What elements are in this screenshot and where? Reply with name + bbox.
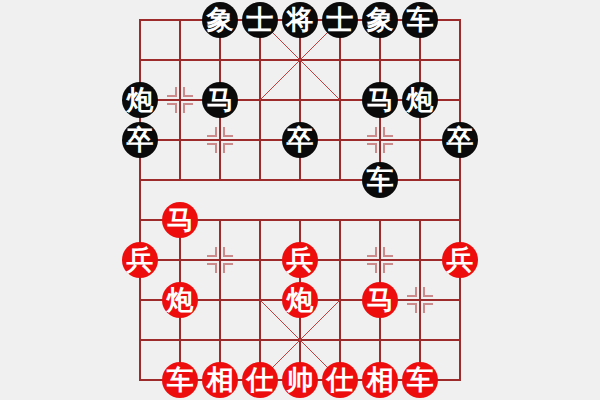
piece-black-horse[interactable]: 马 (202, 82, 238, 118)
piece-black-soldier[interactable]: 卒 (122, 122, 158, 158)
piece-black-elephant[interactable]: 象 (362, 2, 398, 38)
piece-red-chariot[interactable]: 车 (162, 362, 198, 398)
piece-black-advisor[interactable]: 士 (322, 2, 358, 38)
piece-red-elephant[interactable]: 相 (362, 362, 398, 398)
piece-red-general[interactable]: 帅 (282, 362, 318, 398)
piece-red-soldier[interactable]: 兵 (442, 242, 478, 278)
piece-red-cannon[interactable]: 炮 (282, 282, 318, 318)
piece-black-horse[interactable]: 马 (362, 82, 398, 118)
piece-red-elephant[interactable]: 相 (202, 362, 238, 398)
piece-red-soldier[interactable]: 兵 (122, 242, 158, 278)
piece-red-horse[interactable]: 马 (362, 282, 398, 318)
piece-black-chariot[interactable]: 车 (362, 162, 398, 198)
piece-red-advisor[interactable]: 仕 (322, 362, 358, 398)
piece-black-soldier[interactable]: 卒 (442, 122, 478, 158)
xiangqi-board[interactable]: 象士将士象车炮马马炮卒卒卒车马兵兵兵炮炮马车相仕帅仕相车 (120, 0, 480, 400)
piece-red-advisor[interactable]: 仕 (242, 362, 278, 398)
piece-red-horse[interactable]: 马 (162, 202, 198, 238)
piece-black-soldier[interactable]: 卒 (282, 122, 318, 158)
piece-black-chariot[interactable]: 车 (402, 2, 438, 38)
piece-black-cannon[interactable]: 炮 (402, 82, 438, 118)
piece-red-cannon[interactable]: 炮 (162, 282, 198, 318)
xiangqi-screen: 象士将士象车炮马马炮卒卒卒车马兵兵兵炮炮马车相仕帅仕相车 (0, 0, 600, 400)
piece-red-chariot[interactable]: 车 (402, 362, 438, 398)
piece-black-general[interactable]: 将 (282, 2, 318, 38)
piece-black-elephant[interactable]: 象 (202, 2, 238, 38)
piece-red-soldier[interactable]: 兵 (282, 242, 318, 278)
piece-black-cannon[interactable]: 炮 (122, 82, 158, 118)
piece-black-advisor[interactable]: 士 (242, 2, 278, 38)
